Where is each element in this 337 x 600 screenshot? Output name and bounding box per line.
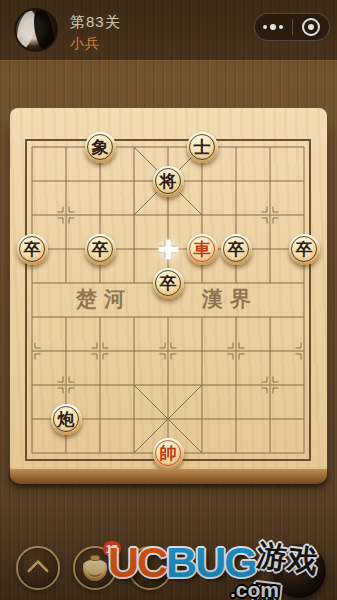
piece-black-general[interactable]: 将 <box>153 166 184 197</box>
brocade-bag-icon <box>83 560 107 581</box>
more-button[interactable] <box>255 14 292 40</box>
rank-label: 小兵 <box>70 35 100 53</box>
hint-count-badge: 15 <box>103 541 121 557</box>
piece-black-cannon[interactable]: 炮 <box>51 404 82 435</box>
level-label: 第83关 <box>70 13 121 32</box>
piece-black-elephant[interactable]: 象 <box>85 132 116 163</box>
miniprogram-capsule <box>254 13 330 41</box>
app-screen: 第83关 小兵 楚河 漢界 象士将卒卒車卒卒卒炮帥 15 UCBUG 游戏网 . <box>0 0 337 600</box>
watermark-dotcom: .com <box>230 578 279 600</box>
hint-bag-button[interactable]: 15 <box>73 546 117 590</box>
piece-black-advisor[interactable]: 士 <box>187 132 218 163</box>
more-icon <box>263 24 283 30</box>
piece-red-general[interactable]: 帥 <box>153 438 184 469</box>
board-grid[interactable]: 象士将卒卒車卒卒卒炮帥 <box>15 130 321 470</box>
piece-black-pawn[interactable]: 卒 <box>221 234 252 265</box>
move-hint-sparkle[interactable] <box>164 245 173 254</box>
obscured-tool-button[interactable] <box>128 546 172 590</box>
top-bar: 第83关 小兵 <box>0 0 337 60</box>
expand-button[interactable] <box>16 546 60 590</box>
piece-black-pawn[interactable]: 卒 <box>85 234 116 265</box>
piece-black-pawn[interactable]: 卒 <box>153 268 184 299</box>
xiangqi-board[interactable]: 楚河 漢界 象士将卒卒車卒卒卒炮帥 <box>10 108 327 470</box>
piece-black-pawn[interactable]: 卒 <box>17 234 48 265</box>
player-avatar <box>14 8 58 52</box>
obscured-tool-icon <box>144 557 156 578</box>
chevron-up-icon <box>27 560 50 583</box>
piece-black-pawn[interactable]: 卒 <box>289 234 320 265</box>
piece-red-chariot[interactable]: 車 <box>187 234 218 265</box>
dark-sphere <box>272 544 326 598</box>
exit-button[interactable] <box>293 14 330 40</box>
exit-target-icon <box>302 18 320 36</box>
